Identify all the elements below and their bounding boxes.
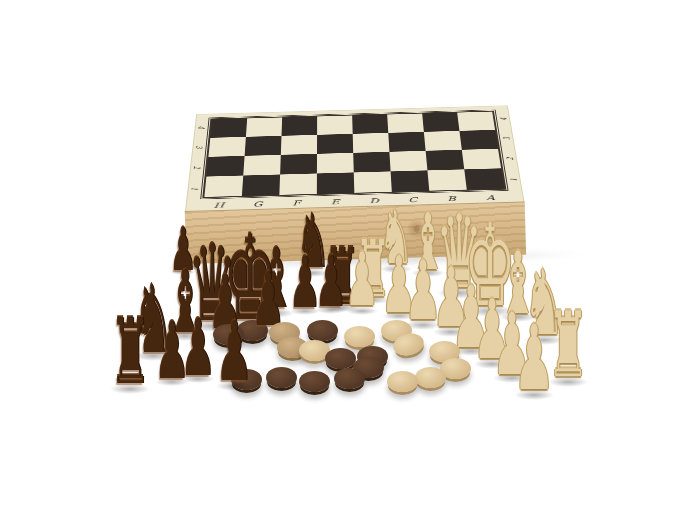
board-square-C3 (388, 132, 425, 152)
checker-disc-dark[interactable] (299, 371, 330, 392)
board-square-F4 (281, 116, 317, 135)
board-square-E3 (317, 134, 353, 154)
checker-disc-light[interactable] (415, 367, 446, 388)
board-square-E4 (317, 116, 353, 135)
board-square-D3 (353, 133, 390, 153)
board-square-G4 (246, 117, 282, 136)
light-pawn[interactable]: ♟ (343, 200, 381, 311)
board-square-F3 (281, 135, 317, 155)
dark-pawn[interactable]: ♟ (213, 263, 255, 386)
board-square-D4 (352, 115, 388, 134)
rank-label-left-4: 4 (182, 123, 220, 131)
rank-label-left-3: 3 (180, 143, 219, 151)
checker-disc-dark[interactable] (307, 320, 338, 341)
dark-rook[interactable]: ♜ (107, 254, 153, 389)
checker-disc-light[interactable] (387, 371, 418, 392)
board-square-C4 (387, 114, 424, 133)
light-pawn[interactable]: ♟ (511, 260, 557, 395)
checker-disc-dark[interactable] (334, 368, 365, 389)
rank-label-right-4: 4 (485, 115, 523, 123)
product-photo-scene: 4321 4321 HGFEDCBA ♟♜♞♟♝♟♛♟♟♚♟♝♟♞♟♜♟♜♞♟♝… (0, 0, 700, 525)
board-square-B4 (422, 113, 459, 132)
checker-disc-light[interactable] (344, 326, 375, 347)
dark-pawn[interactable]: ♟ (152, 265, 192, 382)
checker-disc-dark[interactable] (325, 348, 356, 369)
checker-disc-dark[interactable] (266, 367, 297, 388)
